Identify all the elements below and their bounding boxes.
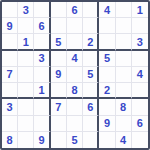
sudoku-board: 364196152334579541823768968954: [0, 0, 150, 150]
sudoku-cell-r2c6[interactable]: [83, 18, 99, 34]
sudoku-cell-r9c8[interactable]: 4: [116, 132, 132, 148]
sudoku-cell-r8c4[interactable]: [51, 116, 67, 132]
sudoku-cell-r4c3[interactable]: 3: [34, 51, 50, 67]
sudoku-cell-r6c8[interactable]: [116, 83, 132, 99]
sudoku-cell-r5c6[interactable]: 5: [83, 67, 99, 83]
sudoku-cell-r7c4[interactable]: 7: [51, 99, 67, 115]
sudoku-cell-r1c8[interactable]: [116, 2, 132, 18]
sudoku-cell-r3c9[interactable]: 3: [132, 34, 148, 50]
sudoku-cell-r2c3[interactable]: 6: [34, 18, 50, 34]
sudoku-cell-r1c9[interactable]: 1: [132, 2, 148, 18]
sudoku-cell-r3c7[interactable]: [99, 34, 115, 50]
sudoku-cell-r4c2[interactable]: [18, 51, 34, 67]
sudoku-cell-r4c6[interactable]: [83, 51, 99, 67]
sudoku-cell-r9c3[interactable]: 9: [34, 132, 50, 148]
sudoku-cell-r5c8[interactable]: [116, 67, 132, 83]
sudoku-cell-r4c4[interactable]: [51, 51, 67, 67]
sudoku-cell-r8c9[interactable]: 6: [132, 116, 148, 132]
sudoku-cell-r5c7[interactable]: [99, 67, 115, 83]
sudoku-cell-r2c8[interactable]: [116, 18, 132, 34]
sudoku-cell-r9c4[interactable]: [51, 132, 67, 148]
sudoku-cell-r4c5[interactable]: 4: [67, 51, 83, 67]
sudoku-cell-r7c1[interactable]: 3: [2, 99, 18, 115]
sudoku-cell-r1c3[interactable]: [34, 2, 50, 18]
sudoku-cell-r1c7[interactable]: 4: [99, 2, 115, 18]
sudoku-cell-r5c5[interactable]: [67, 67, 83, 83]
sudoku-cell-r4c9[interactable]: [132, 51, 148, 67]
sudoku-cell-r3c8[interactable]: [116, 34, 132, 50]
sudoku-cell-r6c5[interactable]: 8: [67, 83, 83, 99]
sudoku-cell-r3c5[interactable]: [67, 34, 83, 50]
sudoku-cell-r9c7[interactable]: [99, 132, 115, 148]
sudoku-cell-r7c5[interactable]: [67, 99, 83, 115]
sudoku-cell-r9c1[interactable]: 8: [2, 132, 18, 148]
sudoku-cell-r1c2[interactable]: 3: [18, 2, 34, 18]
sudoku-cell-r9c2[interactable]: [18, 132, 34, 148]
sudoku-cell-r5c3[interactable]: [34, 67, 50, 83]
sudoku-cell-r7c7[interactable]: [99, 99, 115, 115]
sudoku-cell-r8c2[interactable]: [18, 116, 34, 132]
sudoku-cell-r1c4[interactable]: [51, 2, 67, 18]
sudoku-cell-r5c9[interactable]: 4: [132, 67, 148, 83]
sudoku-cell-r6c7[interactable]: 2: [99, 83, 115, 99]
sudoku-cell-r8c5[interactable]: [67, 116, 83, 132]
sudoku-cell-r6c3[interactable]: 1: [34, 83, 50, 99]
sudoku-cell-r3c3[interactable]: [34, 34, 50, 50]
sudoku-cell-r7c3[interactable]: [34, 99, 50, 115]
sudoku-cell-r1c5[interactable]: 6: [67, 2, 83, 18]
sudoku-cell-r3c2[interactable]: 1: [18, 34, 34, 50]
sudoku-cell-r5c1[interactable]: 7: [2, 67, 18, 83]
sudoku-cell-r3c1[interactable]: [2, 34, 18, 50]
sudoku-cell-r6c6[interactable]: [83, 83, 99, 99]
sudoku-cell-r1c6[interactable]: [83, 2, 99, 18]
sudoku-cell-r6c2[interactable]: [18, 83, 34, 99]
sudoku-cell-r8c6[interactable]: [83, 116, 99, 132]
sudoku-cell-r6c1[interactable]: [2, 83, 18, 99]
sudoku-cell-r8c7[interactable]: 9: [99, 116, 115, 132]
sudoku-cell-r6c9[interactable]: [132, 83, 148, 99]
sudoku-cell-r8c3[interactable]: [34, 116, 50, 132]
sudoku-cell-r4c7[interactable]: 5: [99, 51, 115, 67]
sudoku-cell-r3c4[interactable]: 5: [51, 34, 67, 50]
sudoku-cell-r5c4[interactable]: 9: [51, 67, 67, 83]
sudoku-cell-r2c5[interactable]: [67, 18, 83, 34]
sudoku-cell-r1c1[interactable]: [2, 2, 18, 18]
sudoku-cell-r4c1[interactable]: [2, 51, 18, 67]
sudoku-cell-r2c7[interactable]: [99, 18, 115, 34]
sudoku-cell-r3c6[interactable]: 2: [83, 34, 99, 50]
sudoku-cell-r2c2[interactable]: [18, 18, 34, 34]
sudoku-cell-r2c9[interactable]: [132, 18, 148, 34]
sudoku-cell-r2c4[interactable]: [51, 18, 67, 34]
sudoku-cell-r4c8[interactable]: [116, 51, 132, 67]
sudoku-cell-r2c1[interactable]: 9: [2, 18, 18, 34]
sudoku-cell-r7c6[interactable]: 6: [83, 99, 99, 115]
sudoku-cell-r9c6[interactable]: [83, 132, 99, 148]
sudoku-cell-r8c8[interactable]: [116, 116, 132, 132]
sudoku-cell-r6c4[interactable]: [51, 83, 67, 99]
sudoku-cell-r9c9[interactable]: [132, 132, 148, 148]
sudoku-cell-r7c9[interactable]: [132, 99, 148, 115]
sudoku-cell-r5c2[interactable]: [18, 67, 34, 83]
sudoku-cell-r8c1[interactable]: [2, 116, 18, 132]
sudoku-cell-r7c2[interactable]: [18, 99, 34, 115]
sudoku-cell-r7c8[interactable]: 8: [116, 99, 132, 115]
sudoku-cell-r9c5[interactable]: 5: [67, 132, 83, 148]
